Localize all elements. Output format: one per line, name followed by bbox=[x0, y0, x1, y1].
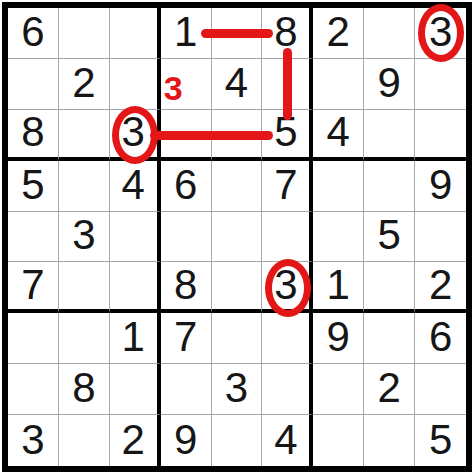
cell-r6c4[interactable]: 8 bbox=[161, 262, 212, 313]
cell-r3c9[interactable] bbox=[415, 110, 466, 161]
cell-r4c6[interactable]: 7 bbox=[262, 161, 313, 212]
sudoku-grid: 618232498354546793578312179683232945 bbox=[8, 8, 466, 466]
given-digit: 1 bbox=[174, 11, 197, 55]
given-digit: 3 bbox=[21, 419, 44, 463]
given-digit: 3 bbox=[274, 264, 297, 308]
given-digit: 9 bbox=[327, 316, 350, 360]
cell-r4c2[interactable] bbox=[59, 161, 110, 212]
cell-r1c5[interactable] bbox=[212, 8, 263, 59]
cell-r6c8[interactable] bbox=[364, 262, 415, 313]
given-digit: 8 bbox=[21, 111, 44, 155]
cell-r2c4[interactable] bbox=[161, 59, 212, 110]
cell-r8c2[interactable]: 8 bbox=[59, 364, 110, 415]
cell-r9c7[interactable] bbox=[313, 415, 364, 466]
cell-r9c8[interactable] bbox=[364, 415, 415, 466]
given-digit: 2 bbox=[429, 264, 452, 308]
cell-r3c3[interactable]: 3 bbox=[110, 110, 161, 161]
cell-r7c2[interactable] bbox=[59, 313, 110, 364]
cell-r9c2[interactable] bbox=[59, 415, 110, 466]
given-digit: 2 bbox=[327, 11, 350, 55]
cell-r6c3[interactable] bbox=[110, 262, 161, 313]
cell-r8c8[interactable]: 2 bbox=[364, 364, 415, 415]
given-digit: 6 bbox=[21, 11, 44, 55]
given-digit: 2 bbox=[377, 367, 400, 411]
cell-r3c4[interactable] bbox=[161, 110, 212, 161]
cell-r5c2[interactable]: 3 bbox=[59, 212, 110, 263]
cell-r4c8[interactable] bbox=[364, 161, 415, 212]
given-digit: 3 bbox=[72, 214, 95, 258]
cell-r6c2[interactable] bbox=[59, 262, 110, 313]
cell-r1c2[interactable] bbox=[59, 8, 110, 59]
cell-r4c5[interactable] bbox=[212, 161, 263, 212]
given-digit: 7 bbox=[21, 264, 44, 308]
cell-r5c4[interactable] bbox=[161, 212, 212, 263]
given-digit: 8 bbox=[274, 11, 297, 55]
given-digit: 7 bbox=[274, 164, 297, 208]
cell-r5c5[interactable] bbox=[212, 212, 263, 263]
cell-r1c6[interactable]: 8 bbox=[262, 8, 313, 59]
given-digit: 4 bbox=[274, 419, 297, 463]
cell-r2c1[interactable] bbox=[8, 59, 59, 110]
cell-r8c5[interactable]: 3 bbox=[212, 364, 263, 415]
given-digit: 1 bbox=[327, 264, 350, 308]
cell-r7c6[interactable] bbox=[262, 313, 313, 364]
cell-r7c9[interactable]: 6 bbox=[415, 313, 466, 364]
cell-r8c3[interactable] bbox=[110, 364, 161, 415]
sudoku-board: 618232498354546793578312179683232945 3 bbox=[2, 2, 472, 472]
cell-r8c6[interactable] bbox=[262, 364, 313, 415]
cell-r6c7[interactable]: 1 bbox=[313, 262, 364, 313]
given-digit: 5 bbox=[21, 164, 44, 208]
given-digit: 5 bbox=[429, 419, 452, 463]
cell-r3c6[interactable]: 5 bbox=[262, 110, 313, 161]
given-digit: 8 bbox=[72, 367, 95, 411]
given-digit: 2 bbox=[72, 62, 95, 106]
given-digit: 9 bbox=[174, 419, 197, 463]
cell-r7c1[interactable] bbox=[8, 313, 59, 364]
cell-r9c3[interactable]: 2 bbox=[110, 415, 161, 466]
given-digit: 3 bbox=[122, 111, 145, 155]
given-digit: 3 bbox=[225, 367, 248, 411]
given-digit: 9 bbox=[377, 62, 400, 106]
cell-r2c8[interactable]: 9 bbox=[364, 59, 415, 110]
given-digit: 9 bbox=[429, 164, 452, 208]
cell-r3c8[interactable] bbox=[364, 110, 415, 161]
cell-r8c9[interactable] bbox=[415, 364, 466, 415]
cell-r1c4[interactable]: 1 bbox=[161, 8, 212, 59]
cell-r5c8[interactable]: 5 bbox=[364, 212, 415, 263]
cell-r6c1[interactable]: 7 bbox=[8, 262, 59, 313]
cell-r3c1[interactable]: 8 bbox=[8, 110, 59, 161]
cell-r9c9[interactable]: 5 bbox=[415, 415, 466, 466]
cell-r3c2[interactable] bbox=[59, 110, 110, 161]
cell-r4c3[interactable]: 4 bbox=[110, 161, 161, 212]
given-digit: 8 bbox=[174, 264, 197, 308]
cell-r5c9[interactable] bbox=[415, 212, 466, 263]
cell-r7c4[interactable]: 7 bbox=[161, 313, 212, 364]
cell-r8c4[interactable] bbox=[161, 364, 212, 415]
cell-r9c5[interactable] bbox=[212, 415, 263, 466]
cell-r1c3[interactable] bbox=[110, 8, 161, 59]
cell-r9c6[interactable]: 4 bbox=[262, 415, 313, 466]
given-digit: 4 bbox=[122, 164, 145, 208]
given-digit: 7 bbox=[174, 316, 197, 360]
cell-r1c1[interactable]: 6 bbox=[8, 8, 59, 59]
cell-r4c1[interactable]: 5 bbox=[8, 161, 59, 212]
given-digit: 4 bbox=[327, 111, 350, 155]
cell-r4c9[interactable]: 9 bbox=[415, 161, 466, 212]
cell-r1c7[interactable]: 2 bbox=[313, 8, 364, 59]
cell-r1c8[interactable] bbox=[364, 8, 415, 59]
cell-r5c7[interactable] bbox=[313, 212, 364, 263]
cell-r8c1[interactable] bbox=[8, 364, 59, 415]
cell-r5c1[interactable] bbox=[8, 212, 59, 263]
cell-r2c2[interactable]: 2 bbox=[59, 59, 110, 110]
cell-r4c4[interactable]: 6 bbox=[161, 161, 212, 212]
given-digit: 6 bbox=[174, 164, 197, 208]
cell-r4c7[interactable] bbox=[313, 161, 364, 212]
cell-r7c3[interactable]: 1 bbox=[110, 313, 161, 364]
cell-r6c5[interactable] bbox=[212, 262, 263, 313]
cell-r2c6[interactable] bbox=[262, 59, 313, 110]
cell-r7c7[interactable]: 9 bbox=[313, 313, 364, 364]
cell-r6c9[interactable]: 2 bbox=[415, 262, 466, 313]
cell-r2c7[interactable] bbox=[313, 59, 364, 110]
given-digit: 6 bbox=[429, 316, 452, 360]
given-digit: 5 bbox=[377, 214, 400, 258]
given-digit: 5 bbox=[274, 111, 297, 155]
given-digit: 1 bbox=[122, 316, 145, 360]
cell-r2c9[interactable] bbox=[415, 59, 466, 110]
cell-r7c5[interactable] bbox=[212, 313, 263, 364]
cell-r1c9[interactable]: 3 bbox=[415, 8, 466, 59]
given-digit: 2 bbox=[122, 419, 145, 463]
cell-r8c7[interactable] bbox=[313, 364, 364, 415]
cell-r7c8[interactable] bbox=[364, 313, 415, 364]
cell-r3c5[interactable] bbox=[212, 110, 263, 161]
cell-r6c6[interactable]: 3 bbox=[262, 262, 313, 313]
cell-r9c4[interactable]: 9 bbox=[161, 415, 212, 466]
given-digit: 3 bbox=[429, 11, 452, 55]
cell-r2c3[interactable] bbox=[110, 59, 161, 110]
cell-r9c1[interactable]: 3 bbox=[8, 415, 59, 466]
given-digit: 4 bbox=[225, 62, 248, 106]
cell-r3c7[interactable]: 4 bbox=[313, 110, 364, 161]
cell-r5c3[interactable] bbox=[110, 212, 161, 263]
cell-r5c6[interactable] bbox=[262, 212, 313, 263]
cell-r2c5[interactable]: 4 bbox=[212, 59, 263, 110]
